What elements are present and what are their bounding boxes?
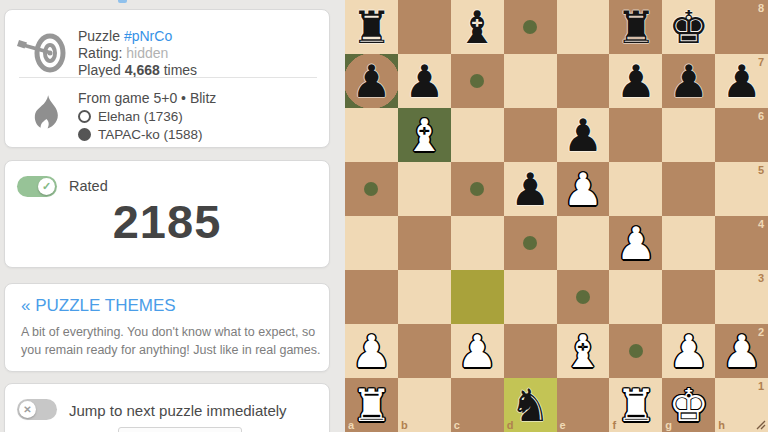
- square-f8[interactable]: ♜: [609, 0, 662, 54]
- move-dest-dot[interactable]: [629, 344, 643, 358]
- square-d5[interactable]: ♟: [504, 162, 557, 216]
- square-c2[interactable]: ♟: [451, 324, 504, 378]
- rated-label: Rated: [69, 178, 108, 194]
- coord-file-c: c: [454, 419, 460, 431]
- square-b1[interactable]: b: [398, 378, 451, 432]
- square-h3[interactable]: 3: [715, 270, 768, 324]
- square-a5[interactable]: [345, 162, 398, 216]
- move-dest-dot[interactable]: [576, 290, 590, 304]
- coord-file-g: g: [665, 419, 672, 431]
- coord-file-a: a: [348, 419, 354, 431]
- blitz-flame-icon: [33, 94, 61, 136]
- square-d8[interactable]: [504, 0, 557, 54]
- coord-rank-8: 8: [758, 2, 764, 14]
- square-g1[interactable]: ♚g: [662, 378, 715, 432]
- square-d6[interactable]: [504, 108, 557, 162]
- coord-rank-6: 6: [758, 110, 764, 122]
- move-dest-dot[interactable]: [523, 20, 537, 34]
- white-bishop-e2[interactable]: ♝: [557, 324, 610, 378]
- white-player-name: Elehan (1736): [98, 109, 183, 124]
- played-count: 4,668: [125, 62, 160, 78]
- square-e7[interactable]: [557, 54, 610, 108]
- black-player[interactable]: TAPAC-ko (1588): [78, 127, 203, 142]
- white-pawn-a2[interactable]: ♟: [345, 324, 398, 378]
- rating-hidden-value: hidden: [126, 45, 168, 61]
- square-e8[interactable]: [557, 0, 610, 54]
- square-f2[interactable]: [609, 324, 662, 378]
- black-king-g8[interactable]: ♚: [662, 0, 715, 54]
- square-e2[interactable]: ♝: [557, 324, 610, 378]
- square-f6[interactable]: [609, 108, 662, 162]
- square-g8[interactable]: ♚: [662, 0, 715, 54]
- square-g6[interactable]: [662, 108, 715, 162]
- square-e3[interactable]: [557, 270, 610, 324]
- square-f1[interactable]: ♜f: [609, 378, 662, 432]
- square-b2[interactable]: [398, 324, 451, 378]
- black-pawn-b7[interactable]: ♟: [398, 54, 451, 108]
- square-g7[interactable]: ♟: [662, 54, 715, 108]
- square-a1[interactable]: ♜a: [345, 378, 398, 432]
- black-bishop-c8[interactable]: ♝: [451, 0, 504, 54]
- coord-file-f: f: [612, 419, 616, 431]
- white-pawn-c2[interactable]: ♟: [451, 324, 504, 378]
- white-bishop-b6[interactable]: ♝: [398, 108, 451, 162]
- jump-card: ✕ Jump to next puzzle immediately: [4, 383, 330, 432]
- square-b8[interactable]: [398, 0, 451, 54]
- puzzle-rating-line: Rating: hidden: [78, 45, 168, 62]
- square-f4[interactable]: ♟: [609, 216, 662, 270]
- cutoff-button-fragment[interactable]: [118, 427, 242, 432]
- themes-description: A bit of everything. You don't know what…: [21, 323, 321, 359]
- coord-rank-7: 7: [758, 56, 764, 68]
- played-label: Played: [78, 62, 121, 78]
- move-dest-dot[interactable]: [523, 236, 537, 250]
- square-c7[interactable]: [451, 54, 504, 108]
- rating-label: Rating:: [78, 45, 122, 61]
- square-e5[interactable]: ♟: [557, 162, 610, 216]
- black-player-name: TAPAC-ko (1588): [98, 127, 203, 142]
- header-cutoff-fragment: [118, 0, 127, 3]
- black-pawn-e6[interactable]: ♟: [557, 108, 610, 162]
- check-icon: ✓: [42, 180, 51, 193]
- coord-file-b: b: [401, 419, 408, 431]
- coord-rank-5: 5: [758, 164, 764, 176]
- chess-board: ♜♝♜♚8♟♟♟♟♟7♝♟6♟♟5♟43♟♟♝♟♟2♜abc♞de♜f♚gh1: [345, 0, 768, 432]
- move-dest-dot[interactable]: [470, 74, 484, 88]
- coord-file-e: e: [560, 419, 566, 431]
- square-g4[interactable]: [662, 216, 715, 270]
- coord-rank-2: 2: [758, 326, 764, 338]
- square-b3[interactable]: [398, 270, 451, 324]
- square-d3[interactable]: [504, 270, 557, 324]
- white-pawn-g2[interactable]: ♟: [662, 324, 715, 378]
- square-d7[interactable]: [504, 54, 557, 108]
- square-e1[interactable]: e: [557, 378, 610, 432]
- from-game-link[interactable]: From game 5+0 • Blitz: [78, 90, 216, 107]
- black-rook-a8[interactable]: ♜: [345, 0, 398, 54]
- divider: [19, 77, 317, 78]
- coord-rank-3: 3: [758, 272, 764, 284]
- square-h5[interactable]: 5: [715, 162, 768, 216]
- move-dest-dot[interactable]: [364, 182, 378, 196]
- square-g5[interactable]: [662, 162, 715, 216]
- black-pawn-f7[interactable]: ♟: [609, 54, 662, 108]
- puzzle-themes-link[interactable]: « PUZZLE THEMES: [21, 296, 176, 316]
- square-g3[interactable]: [662, 270, 715, 324]
- board-resize-handle[interactable]: [756, 420, 766, 430]
- square-c5[interactable]: [451, 162, 504, 216]
- square-c4[interactable]: [451, 216, 504, 270]
- user-puzzle-rating: 2185: [5, 194, 329, 249]
- square-b5[interactable]: [398, 162, 451, 216]
- puzzle-id-line: Puzzle #pNrCo: [78, 28, 172, 45]
- coord-file-h: h: [718, 419, 725, 431]
- square-e6[interactable]: ♟: [557, 108, 610, 162]
- move-dest-dot[interactable]: [470, 182, 484, 196]
- puzzle-label: Puzzle: [78, 28, 120, 44]
- square-c3[interactable]: [451, 270, 504, 324]
- square-h7[interactable]: ♟7: [715, 54, 768, 108]
- square-a8[interactable]: ♜: [345, 0, 398, 54]
- black-rook-f8[interactable]: ♜: [609, 0, 662, 54]
- white-player[interactable]: Elehan (1736): [78, 109, 183, 124]
- square-f5[interactable]: [609, 162, 662, 216]
- square-a3[interactable]: [345, 270, 398, 324]
- square-d4[interactable]: [504, 216, 557, 270]
- square-b6[interactable]: ♝: [398, 108, 451, 162]
- square-h2[interactable]: ♟2: [715, 324, 768, 378]
- black-pawn-a7[interactable]: ♟: [345, 54, 398, 108]
- played-suffix: times: [164, 62, 197, 78]
- jump-toggle-knob: ✕: [19, 401, 36, 418]
- square-h4[interactable]: 4: [715, 216, 768, 270]
- square-h6[interactable]: 6: [715, 108, 768, 162]
- black-pawn-d5[interactable]: ♟: [504, 162, 557, 216]
- rated-toggle-knob: ✓: [38, 178, 55, 195]
- square-b4[interactable]: [398, 216, 451, 270]
- square-a4[interactable]: [345, 216, 398, 270]
- square-a2[interactable]: ♟: [345, 324, 398, 378]
- coord-rank-1: 1: [758, 380, 764, 392]
- jump-label: Jump to next puzzle immediately: [69, 402, 287, 419]
- black-player-icon: [78, 128, 91, 141]
- square-g2[interactable]: ♟: [662, 324, 715, 378]
- white-pawn-e5[interactable]: ♟: [557, 162, 610, 216]
- rated-card: ✓ Rated 2185: [4, 160, 330, 268]
- square-d1[interactable]: ♞d: [504, 378, 557, 432]
- square-c6[interactable]: [451, 108, 504, 162]
- square-a6[interactable]: [345, 108, 398, 162]
- square-e4[interactable]: [557, 216, 610, 270]
- x-icon: ✕: [23, 404, 31, 415]
- square-b7[interactable]: ♟: [398, 54, 451, 108]
- square-f3[interactable]: [609, 270, 662, 324]
- square-a7[interactable]: ♟: [345, 54, 398, 108]
- square-d2[interactable]: [504, 324, 557, 378]
- square-c8[interactable]: ♝: [451, 0, 504, 54]
- themes-card: « PUZZLE THEMES A bit of everything. You…: [4, 283, 330, 372]
- puzzle-info-card: Puzzle #pNrCo Rating: hidden Played 4,66…: [4, 9, 330, 148]
- coord-rank-4: 4: [758, 218, 764, 230]
- square-f7[interactable]: ♟: [609, 54, 662, 108]
- jump-toggle[interactable]: ✕: [17, 399, 57, 420]
- white-rook-f1[interactable]: ♜: [609, 378, 662, 432]
- white-player-icon: [78, 110, 91, 123]
- coord-file-d: d: [507, 419, 514, 431]
- square-h8[interactable]: 8: [715, 0, 768, 54]
- puzzle-id-link[interactable]: #pNrCo: [124, 28, 172, 44]
- white-pawn-f4[interactable]: ♟: [609, 216, 662, 270]
- black-pawn-g7[interactable]: ♟: [662, 54, 715, 108]
- target-icon: [17, 30, 69, 76]
- square-c1[interactable]: c: [451, 378, 504, 432]
